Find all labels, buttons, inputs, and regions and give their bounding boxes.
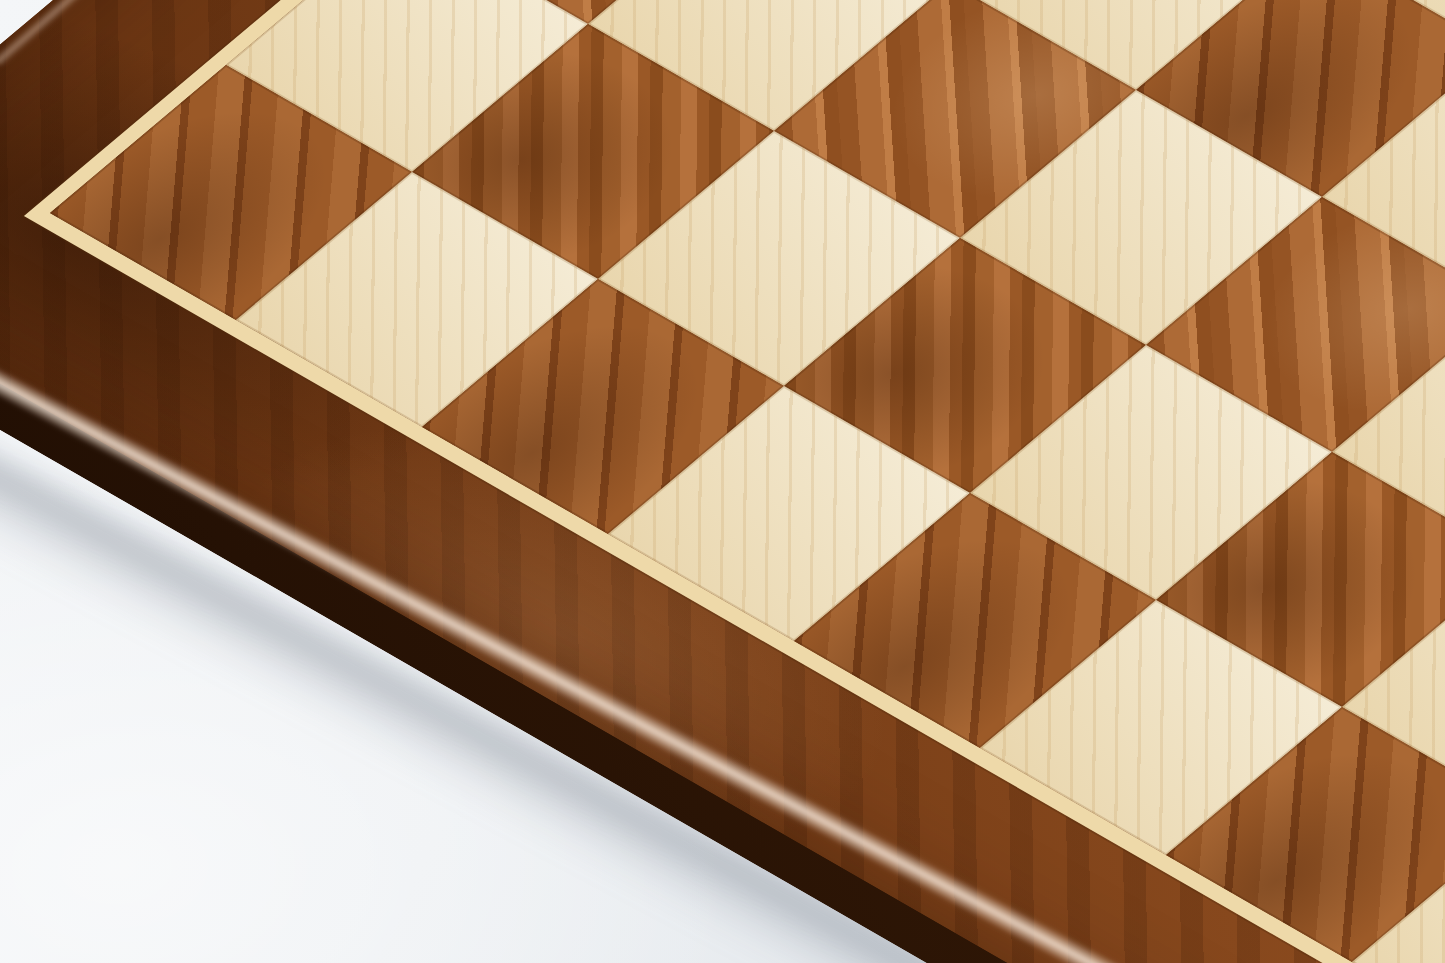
photo-canvas [0,0,1445,963]
